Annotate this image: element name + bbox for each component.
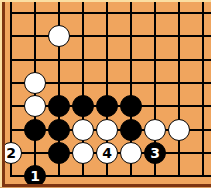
grid-line-vertical — [106, 25, 108, 48]
board-point-c5r3[interactable] — [95, 48, 119, 71]
grid-line-vertical — [106, 165, 108, 178]
black-stone-move-3[interactable]: 3 — [144, 142, 166, 164]
move-number-label: 3 — [150, 146, 160, 160]
board-frame-bottom-edge — [0, 187, 211, 188]
grid-line-vertical — [154, 71, 156, 94]
grid-line-vertical — [10, 118, 12, 141]
grid-line-vertical — [82, 25, 84, 48]
grid-line-vertical — [10, 165, 12, 178]
grid-line-vertical — [82, 165, 84, 178]
grid-line-vertical — [106, 71, 108, 94]
board-point-c3r3[interactable] — [47, 48, 71, 71]
board-point-c4r5[interactable] — [71, 95, 95, 118]
board-point-c6r7[interactable] — [119, 141, 143, 164]
grid-line-vertical — [202, 48, 204, 71]
white-stone[interactable] — [144, 119, 166, 141]
board-point-c4r4[interactable] — [71, 71, 95, 94]
board-point-c9r4[interactable] — [191, 71, 211, 94]
grid-line-vertical — [10, 71, 12, 94]
board-point-c8r2[interactable] — [167, 25, 191, 48]
grid-line-vertical — [202, 165, 204, 178]
board-point-c4r2[interactable] — [71, 25, 95, 48]
board-point-c9r3[interactable] — [191, 48, 211, 71]
grid-line-horizontal — [191, 82, 211, 84]
grid-line-vertical — [178, 25, 180, 48]
board-point-c6r2[interactable] — [119, 25, 143, 48]
board-point-c8r6[interactable] — [167, 118, 191, 141]
white-stone[interactable] — [24, 72, 46, 94]
grid-line-horizontal — [191, 152, 211, 154]
board-frame-left-light — [0, 0, 2, 188]
board-point-c4r1[interactable] — [71, 1, 95, 24]
grid-line-vertical — [178, 1, 180, 24]
grid-line-horizontal — [191, 129, 211, 131]
board-point-c8r1[interactable] — [167, 1, 191, 24]
white-stone[interactable] — [96, 119, 118, 141]
white-stone[interactable] — [168, 119, 190, 141]
board-point-c8r4[interactable] — [167, 71, 191, 94]
white-stone[interactable] — [72, 119, 94, 141]
board-point-c2r4[interactable] — [23, 71, 47, 94]
grid-line-vertical — [58, 165, 60, 178]
black-stone[interactable] — [96, 95, 118, 117]
grid-line-vertical — [178, 165, 180, 178]
grid-line-vertical — [130, 25, 132, 48]
grid-line-vertical — [154, 165, 156, 178]
board-point-c5r1[interactable] — [95, 1, 119, 24]
board-point-c6r6[interactable] — [119, 118, 143, 141]
board-point-c7r5[interactable] — [143, 95, 167, 118]
board-point-c3r7[interactable] — [47, 141, 71, 164]
grid-line-vertical — [202, 141, 204, 164]
grid-line-vertical — [34, 25, 36, 48]
white-stone-move-4[interactable]: 4 — [96, 142, 118, 164]
board-point-c9r5[interactable] — [191, 95, 211, 118]
grid-line-vertical — [10, 25, 12, 48]
grid-line-vertical — [34, 1, 36, 24]
board-point-c7r4[interactable] — [143, 71, 167, 94]
grid-line-vertical — [178, 71, 180, 94]
board-point-c9r7[interactable] — [191, 141, 211, 164]
white-stone[interactable] — [120, 142, 142, 164]
white-stone[interactable] — [24, 95, 46, 117]
board-point-c4r6[interactable] — [71, 118, 95, 141]
board-point-c3r1[interactable] — [47, 1, 71, 24]
grid-line-vertical — [10, 48, 12, 71]
board-point-c2r7[interactable] — [23, 141, 47, 164]
board-point-c9r1[interactable] — [191, 1, 211, 24]
black-stone[interactable] — [120, 119, 142, 141]
grid-line-vertical — [82, 1, 84, 24]
black-stone[interactable] — [72, 95, 94, 117]
grid-line-horizontal — [191, 105, 211, 107]
grid-line-vertical — [154, 1, 156, 24]
black-stone[interactable] — [48, 95, 70, 117]
grid-line-vertical — [178, 95, 180, 118]
board-point-c6r4[interactable] — [119, 71, 143, 94]
grid-line-horizontal — [191, 175, 211, 177]
board-point-c8r5[interactable] — [167, 95, 191, 118]
grid-line-vertical — [34, 141, 36, 164]
board-point-c6r5[interactable] — [119, 95, 143, 118]
board-frame-top-light — [0, 0, 211, 2]
board-point-c7r3[interactable] — [143, 48, 167, 71]
white-stone[interactable] — [48, 25, 70, 47]
board-point-c3r5[interactable] — [47, 95, 71, 118]
grid-line-vertical — [34, 48, 36, 71]
board-point-c3r4[interactable] — [47, 71, 71, 94]
grid-line-vertical — [202, 71, 204, 94]
grid-line-vertical — [106, 48, 108, 71]
grid-line-vertical — [178, 141, 180, 164]
board-point-c5r6[interactable] — [95, 118, 119, 141]
board-point-c5r5[interactable] — [95, 95, 119, 118]
grid-line-vertical — [10, 1, 12, 24]
grid-line-vertical — [82, 71, 84, 94]
grid-line-vertical — [202, 118, 204, 141]
black-stone[interactable] — [48, 142, 70, 164]
grid-line-vertical — [82, 48, 84, 71]
white-stone[interactable] — [72, 142, 94, 164]
board-point-c3r2[interactable] — [47, 25, 71, 48]
grid-line-horizontal — [191, 35, 211, 37]
go-board: 2431 — [0, 1, 211, 188]
grid-line-vertical — [130, 165, 132, 178]
board-point-c6r1[interactable] — [119, 1, 143, 24]
grid-line-vertical — [58, 71, 60, 94]
board-point-c2r1[interactable] — [23, 1, 47, 24]
board-point-c4r7[interactable] — [71, 141, 95, 164]
board-point-c8r3[interactable] — [167, 48, 191, 71]
board-point-c7r7[interactable]: 3 — [143, 141, 167, 164]
board-point-c2r5[interactable] — [23, 95, 47, 118]
board-point-c4r3[interactable] — [71, 48, 95, 71]
grid-line-vertical — [106, 1, 108, 24]
grid-line-vertical — [154, 48, 156, 71]
grid-line-horizontal — [191, 12, 211, 14]
board-point-c8r7[interactable] — [167, 141, 191, 164]
board-point-c2r3[interactable] — [23, 48, 47, 71]
grid-line-vertical — [58, 1, 60, 24]
go-diagram: 2431 — [0, 0, 211, 188]
board-point-c7r6[interactable] — [143, 118, 167, 141]
grid-line-vertical — [202, 1, 204, 24]
black-stone[interactable] — [24, 119, 46, 141]
grid-line-vertical — [58, 48, 60, 71]
grid-line-vertical — [154, 25, 156, 48]
board-point-c2r2[interactable] — [23, 25, 47, 48]
board-point-c6r3[interactable] — [119, 48, 143, 71]
board-point-c5r7[interactable]: 4 — [95, 141, 119, 164]
board-point-c9r6[interactable] — [191, 118, 211, 141]
grid-line-vertical — [202, 95, 204, 118]
grid-line-horizontal — [191, 59, 211, 61]
board-point-c5r4[interactable] — [95, 71, 119, 94]
board-point-c9r2[interactable] — [191, 25, 211, 48]
black-stone[interactable] — [120, 95, 142, 117]
move-number-label: 4 — [102, 146, 112, 160]
board-point-c5r2[interactable] — [95, 25, 119, 48]
board-point-c2r6[interactable] — [23, 118, 47, 141]
board-point-c7r2[interactable] — [143, 25, 167, 48]
board-point-c3r6[interactable] — [47, 118, 71, 141]
board-point-c7r1[interactable] — [143, 1, 167, 24]
grid-line-vertical — [154, 95, 156, 118]
move-number-label: 1 — [30, 169, 40, 183]
grid-line-vertical — [130, 71, 132, 94]
board-frame-left — [2, 2, 6, 189]
grid-line-vertical — [202, 25, 204, 48]
black-stone[interactable] — [48, 119, 70, 141]
grid-line-vertical — [10, 95, 12, 118]
grid-line-vertical — [178, 48, 180, 71]
grid-line-vertical — [130, 48, 132, 71]
move-number-label: 2 — [6, 146, 16, 160]
grid-line-vertical — [130, 1, 132, 24]
